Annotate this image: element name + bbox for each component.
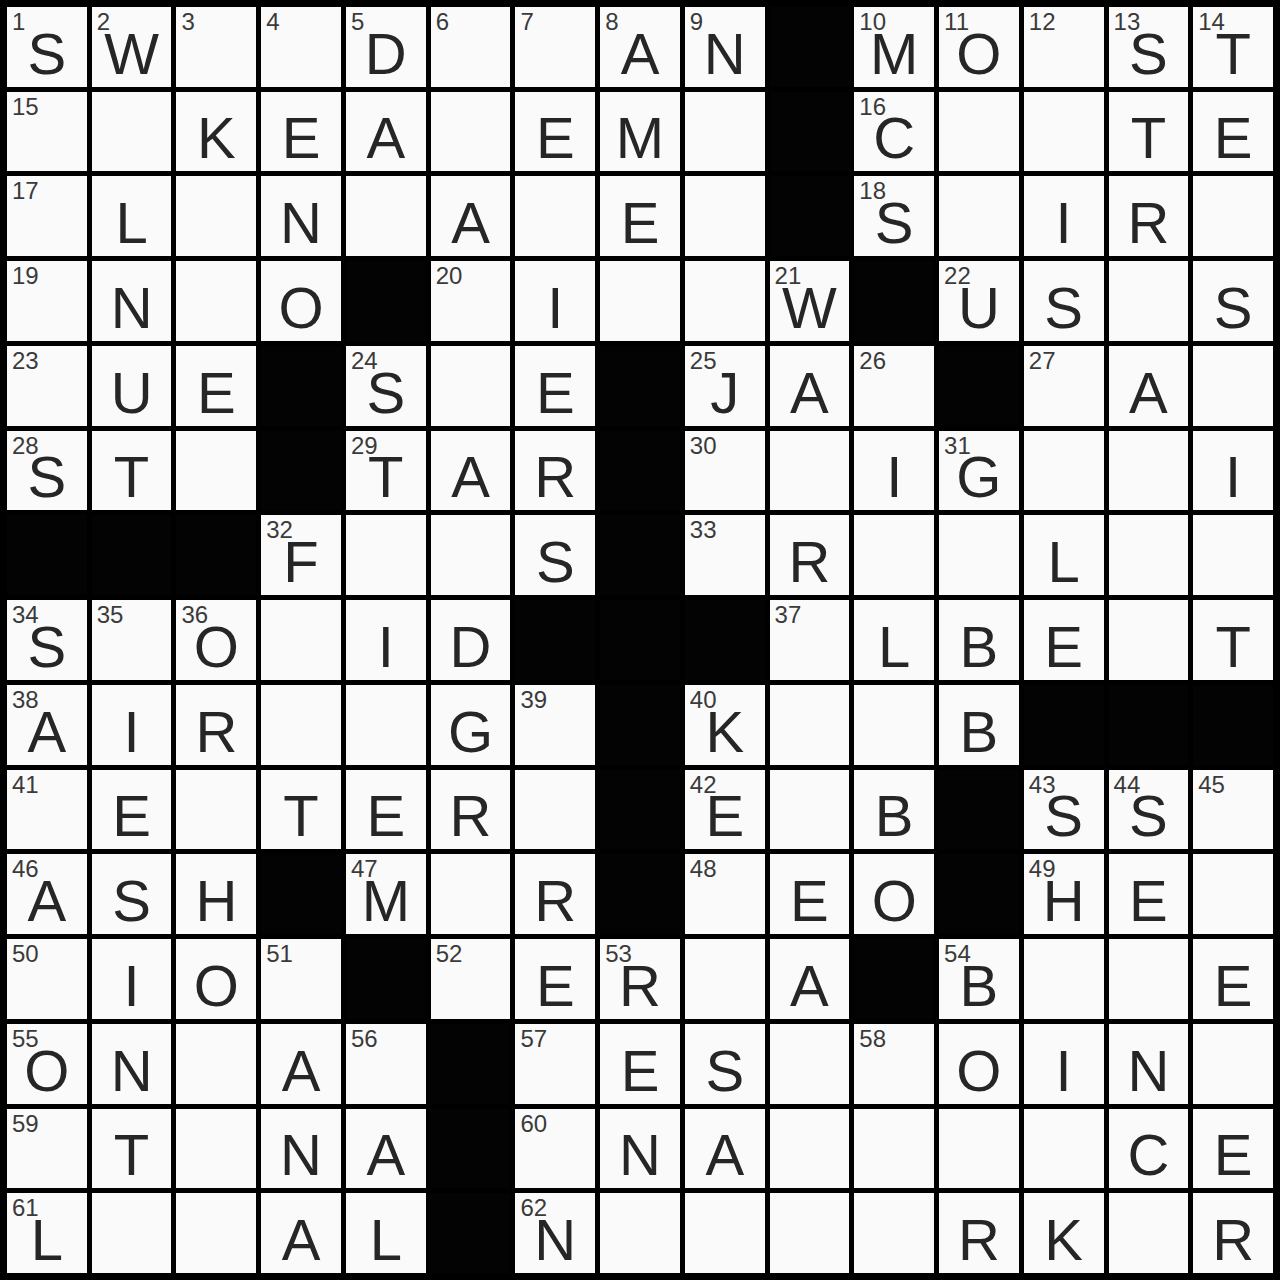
black-cell-r5c8 [600,346,680,426]
cell-r7c7[interactable]: S [515,515,595,595]
cell-r12c7[interactable]: E [515,939,595,1019]
cell-r12c4[interactable]: 51 [261,939,341,1019]
clue-number: 39 [520,686,547,714]
cell-letter: W [92,25,172,83]
cell-letter: I [1193,448,1273,506]
cell-r6c12[interactable]: 31G [939,431,1019,511]
cell-r2c15[interactable]: E [1193,92,1273,172]
cell-letter: A [770,957,850,1015]
cell-r1c8[interactable]: 8A [600,7,680,87]
cell-r15c2[interactable] [92,1193,172,1273]
cell-r11c11[interactable]: O [854,854,934,934]
cell-r6c3[interactable] [176,431,256,511]
cell-r2c12[interactable] [939,92,1019,172]
cell-r4c9[interactable] [685,261,765,341]
cell-r14c13[interactable] [1024,1109,1104,1189]
cell-r3c11[interactable]: 18S [854,176,934,256]
cell-r9c6[interactable]: G [431,685,511,765]
black-cell-r9c13 [1024,685,1104,765]
cell-letter: A [1109,364,1189,422]
black-cell-r8c9 [685,600,765,680]
cell-r2c8[interactable]: M [600,92,680,172]
cell-letter: L [346,1211,426,1269]
cell-r6c14[interactable] [1109,431,1189,511]
cell-letter: I [1024,194,1104,252]
cell-r4c1[interactable]: 19 [7,261,87,341]
cell-r2c1[interactable]: 15 [7,92,87,172]
cell-r7c15[interactable] [1193,515,1273,595]
cell-letter: N [261,1126,341,1184]
cell-r11c1[interactable]: 46A [7,854,87,934]
cell-r14c1[interactable]: 59 [7,1109,87,1189]
cell-letter: E [176,364,256,422]
clue-number: 56 [351,1025,378,1053]
cell-r13c11[interactable]: 58 [854,1024,934,1104]
cell-r5c9[interactable]: 25J [685,346,765,426]
cell-r8c10[interactable]: 37 [770,600,850,680]
cell-r13c15[interactable] [1193,1024,1273,1104]
cell-r14c15[interactable]: E [1193,1109,1273,1189]
cell-r10c4[interactable]: T [261,770,341,850]
cell-r9c2[interactable]: I [92,685,172,765]
black-cell-r5c4 [261,346,341,426]
cell-r1c4[interactable]: 4 [261,7,341,87]
cell-r11c3[interactable]: H [176,854,256,934]
clue-number: 48 [690,855,717,883]
cell-letter: S [854,194,934,252]
cell-r11c13[interactable]: 49H [1024,854,1104,934]
cell-r14c4[interactable]: N [261,1109,341,1189]
cell-r13c12[interactable]: O [939,1024,1019,1104]
cell-letter: S [1024,787,1104,845]
cell-r9c10[interactable] [770,685,850,765]
cell-r14c9[interactable]: A [685,1109,765,1189]
cell-r9c5[interactable] [346,685,426,765]
cell-r12c9[interactable] [685,939,765,1019]
cell-r10c5[interactable]: E [346,770,426,850]
cell-letter: E [346,787,426,845]
cell-r10c14[interactable]: 44S [1109,770,1189,850]
cell-letter: T [1193,618,1273,676]
cell-letter: U [92,364,172,422]
cell-r4c2[interactable]: N [92,261,172,341]
cell-letter: K [685,703,765,761]
cell-r12c3[interactable]: O [176,939,256,1019]
cell-letter: S [346,364,426,422]
cell-r14c11[interactable] [854,1109,934,1189]
black-cell-r2c10 [770,92,850,172]
cell-r10c11[interactable]: B [854,770,934,850]
cell-letter: R [515,448,595,506]
cell-r3c2[interactable]: L [92,176,172,256]
cell-r6c5[interactable]: 29T [346,431,426,511]
cell-r15c3[interactable] [176,1193,256,1273]
cell-r4c8[interactable] [600,261,680,341]
cell-letter: O [939,1042,1019,1100]
black-cell-r10c12 [939,770,1019,850]
cell-r4c10[interactable]: 21W [770,261,850,341]
cell-r7c9[interactable]: 33 [685,515,765,595]
cell-r5c7[interactable]: E [515,346,595,426]
cell-letter: S [7,25,87,83]
cell-r8c13[interactable]: E [1024,600,1104,680]
black-cell-r10c8 [600,770,680,850]
cell-letter: A [261,1211,341,1269]
black-cell-r4c11 [854,261,934,341]
cell-letter: R [176,703,256,761]
clue-number: 3 [181,8,194,36]
cell-letter: J [685,364,765,422]
cell-r9c11[interactable] [854,685,934,765]
cell-r10c1[interactable]: 41 [7,770,87,850]
cell-r1c12[interactable]: 11O [939,7,1019,87]
cell-r5c14[interactable]: A [1109,346,1189,426]
cell-r6c9[interactable]: 30 [685,431,765,511]
cell-r8c11[interactable]: L [854,600,934,680]
cell-letter: S [1109,787,1189,845]
cell-letter: T [1109,109,1189,167]
cell-r11c7[interactable]: R [515,854,595,934]
cell-r6c13[interactable] [1024,431,1104,511]
cell-letter: I [92,703,172,761]
cell-r2c4[interactable]: E [261,92,341,172]
cell-r5c5[interactable]: 24S [346,346,426,426]
cell-r9c12[interactable]: B [939,685,1019,765]
cell-letter: D [346,25,426,83]
cell-r12c12[interactable]: 54B [939,939,1019,1019]
cell-letter: M [600,109,680,167]
cell-r10c3[interactable] [176,770,256,850]
cell-r7c12[interactable] [939,515,1019,595]
cell-letter: R [1193,1211,1273,1269]
cell-letter: A [346,1126,426,1184]
cell-letter: O [261,279,341,337]
cell-r8c3[interactable]: 36O [176,600,256,680]
cell-r3c1[interactable]: 17 [7,176,87,256]
cell-letter: N [515,1211,595,1269]
black-cell-r8c7 [515,600,595,680]
cell-r2c14[interactable]: T [1109,92,1189,172]
cell-r4c15[interactable]: S [1193,261,1273,341]
clue-number: 20 [436,262,463,290]
cell-letter: E [1109,872,1189,930]
cell-r7c14[interactable] [1109,515,1189,595]
cell-r3c15[interactable] [1193,176,1273,256]
cell-r12c15[interactable]: E [1193,939,1273,1019]
cell-r12c10[interactable]: A [770,939,850,1019]
cell-r15c12[interactable]: R [939,1193,1019,1273]
cell-letter: A [431,194,511,252]
cell-letter: I [854,448,934,506]
cell-letter: N [600,1126,680,1184]
cell-r2c9[interactable] [685,92,765,172]
cell-r3c9[interactable] [685,176,765,256]
cell-letter: F [261,533,341,591]
cell-r3c3[interactable] [176,176,256,256]
cell-r12c13[interactable] [1024,939,1104,1019]
cell-r15c1[interactable]: 61L [7,1193,87,1273]
cell-letter: R [1109,194,1189,252]
cell-r11c9[interactable]: 48 [685,854,765,934]
cell-r2c7[interactable]: E [515,92,595,172]
cell-r1c9[interactable]: 9N [685,7,765,87]
cell-r7c11[interactable] [854,515,934,595]
clue-number: 59 [12,1110,39,1138]
cell-r2c6[interactable] [431,92,511,172]
cell-r7c5[interactable] [346,515,426,595]
black-cell-r8c8 [600,600,680,680]
cell-r1c11[interactable]: 10M [854,7,934,87]
cell-letter: N [1109,1042,1189,1100]
cell-r15c11[interactable] [854,1193,934,1273]
cell-r13c2[interactable]: N [92,1024,172,1104]
clue-number: 57 [520,1025,547,1053]
cell-r13c13[interactable]: I [1024,1024,1104,1104]
cell-r6c11[interactable]: I [854,431,934,511]
cell-r1c14[interactable]: 13S [1109,7,1189,87]
cell-r7c6[interactable] [431,515,511,595]
cell-r14c2[interactable]: T [92,1109,172,1189]
cell-r11c5[interactable]: 47M [346,854,426,934]
cell-letter: E [685,787,765,845]
cell-r11c15[interactable] [1193,854,1273,934]
cell-r12c8[interactable]: 53R [600,939,680,1019]
cell-r1c13[interactable]: 12 [1024,7,1104,87]
cell-r14c14[interactable]: C [1109,1109,1189,1189]
cell-r6c6[interactable]: A [431,431,511,511]
cell-letter: T [92,448,172,506]
cell-r2c2[interactable] [92,92,172,172]
black-cell-r9c15 [1193,685,1273,765]
cell-r2c11[interactable]: 16C [854,92,934,172]
cell-r3c4[interactable]: N [261,176,341,256]
cell-letter: A [685,1126,765,1184]
cell-letter: K [1024,1211,1104,1269]
cell-r9c3[interactable]: R [176,685,256,765]
cell-r8c5[interactable]: I [346,600,426,680]
cell-letter: A [346,109,426,167]
black-cell-r11c4 [261,854,341,934]
black-cell-r5c12 [939,346,1019,426]
cell-r3c13[interactable]: I [1024,176,1104,256]
cell-r5c6[interactable] [431,346,511,426]
clue-number: 41 [12,771,39,799]
cell-r3c7[interactable] [515,176,595,256]
cell-r6c15[interactable]: I [1193,431,1273,511]
cell-letter: G [939,448,1019,506]
black-cell-r6c8 [600,431,680,511]
cell-letter: E [1193,109,1273,167]
cell-r7c13[interactable]: L [1024,515,1104,595]
cell-r14c10[interactable] [770,1109,850,1189]
cell-letter: E [770,872,850,930]
cell-r8c6[interactable]: D [431,600,511,680]
cell-r11c6[interactable] [431,854,511,934]
clue-number: 12 [1029,8,1056,36]
cell-r4c13[interactable]: S [1024,261,1104,341]
cell-r1c3[interactable]: 3 [176,7,256,87]
cell-r13c4[interactable]: A [261,1024,341,1104]
cell-r15c9[interactable] [685,1193,765,1273]
cell-r12c2[interactable]: I [92,939,172,1019]
cell-r3c6[interactable]: A [431,176,511,256]
black-cell-r12c5 [346,939,426,1019]
cell-r10c9[interactable]: 42E [685,770,765,850]
cell-letter: A [7,872,87,930]
cell-r4c7[interactable]: I [515,261,595,341]
cell-r13c5[interactable]: 56 [346,1024,426,1104]
cell-letter: H [176,872,256,930]
cell-r6c10[interactable] [770,431,850,511]
cell-letter: E [261,109,341,167]
cell-letter: B [939,618,1019,676]
cell-r5c15[interactable] [1193,346,1273,426]
cell-r7c10[interactable]: R [770,515,850,595]
cell-r1c15[interactable]: 14T [1193,7,1273,87]
cell-r13c8[interactable]: E [600,1024,680,1104]
cell-r1c2[interactable]: 2W [92,7,172,87]
cell-r15c15[interactable]: R [1193,1193,1273,1273]
clue-number: 30 [690,432,717,460]
cell-r8c15[interactable]: T [1193,600,1273,680]
cell-r8c2[interactable]: 35 [92,600,172,680]
cell-r14c7[interactable]: 60 [515,1109,595,1189]
cell-r10c13[interactable]: 43S [1024,770,1104,850]
cell-r2c5[interactable]: A [346,92,426,172]
cell-r5c10[interactable]: A [770,346,850,426]
black-cell-r13c6 [431,1024,511,1104]
black-cell-r14c6 [431,1109,511,1189]
cell-r12c1[interactable]: 50 [7,939,87,1019]
black-cell-r1c10 [770,7,850,87]
cell-r5c13[interactable]: 27 [1024,346,1104,426]
cell-r3c5[interactable] [346,176,426,256]
cell-r15c7[interactable]: 62N [515,1193,595,1273]
cell-r13c10[interactable] [770,1024,850,1104]
cell-r13c3[interactable] [176,1024,256,1104]
cell-letter: E [515,109,595,167]
cell-r4c3[interactable] [176,261,256,341]
black-cell-r6c4 [261,431,341,511]
black-cell-r12c11 [854,939,934,1019]
cell-r14c12[interactable] [939,1109,1019,1189]
cell-r14c3[interactable] [176,1109,256,1189]
cell-r15c13[interactable]: K [1024,1193,1104,1273]
cell-letter: S [7,448,87,506]
cell-r13c7[interactable]: 57 [515,1024,595,1104]
cell-r11c2[interactable]: S [92,854,172,934]
clue-number: 45 [1198,771,1225,799]
cell-r6c2[interactable]: T [92,431,172,511]
cell-r1c5[interactable]: 5D [346,7,426,87]
cell-letter: B [939,703,1019,761]
cell-r14c5[interactable]: A [346,1109,426,1189]
cell-r12c6[interactable]: 52 [431,939,511,1019]
cell-r11c14[interactable]: E [1109,854,1189,934]
cell-r10c10[interactable] [770,770,850,850]
cell-r9c7[interactable]: 39 [515,685,595,765]
cell-r3c14[interactable]: R [1109,176,1189,256]
cell-r4c14[interactable] [1109,261,1189,341]
cell-r8c4[interactable] [261,600,341,680]
cell-r4c4[interactable]: O [261,261,341,341]
cell-r15c5[interactable]: L [346,1193,426,1273]
cell-r4c6[interactable]: 20 [431,261,511,341]
cell-letter: L [7,1211,87,1269]
clue-number: 7 [520,8,533,36]
cell-r5c1[interactable]: 23 [7,346,87,426]
cell-r5c11[interactable]: 26 [854,346,934,426]
cell-r2c13[interactable] [1024,92,1104,172]
cell-letter: M [346,872,426,930]
cell-r15c8[interactable] [600,1193,680,1273]
cell-r9c1[interactable]: 38A [7,685,87,765]
cell-r5c3[interactable]: E [176,346,256,426]
cell-r10c2[interactable]: E [92,770,172,850]
cell-letter: H [1024,872,1104,930]
cell-letter: T [346,448,426,506]
black-cell-r7c1 [7,515,87,595]
cell-letter: A [600,25,680,83]
cell-r2c3[interactable]: K [176,92,256,172]
cell-r8c14[interactable] [1109,600,1189,680]
cell-r8c1[interactable]: 34S [7,600,87,680]
cell-letter: O [176,957,256,1015]
cell-r11c10[interactable]: E [770,854,850,934]
clue-number: 19 [12,262,39,290]
cell-r1c1[interactable]: 1S [7,7,87,87]
cell-r8c12[interactable]: B [939,600,1019,680]
cell-r3c12[interactable] [939,176,1019,256]
cell-r12c14[interactable] [1109,939,1189,1019]
cell-r7c4[interactable]: 32F [261,515,341,595]
clue-number: 50 [12,940,39,968]
cell-r9c4[interactable] [261,685,341,765]
cell-r10c15[interactable]: 45 [1193,770,1273,850]
cell-r15c4[interactable]: A [261,1193,341,1273]
cell-r1c7[interactable]: 7 [515,7,595,87]
cell-r10c7[interactable] [515,770,595,850]
cell-r3c8[interactable]: E [600,176,680,256]
cell-r13c1[interactable]: 55O [7,1024,87,1104]
cell-r6c1[interactable]: 28S [7,431,87,511]
cell-r13c14[interactable]: N [1109,1024,1189,1104]
cell-letter: L [854,618,934,676]
cell-r1c6[interactable]: 6 [431,7,511,87]
clue-number: 27 [1029,347,1056,375]
cell-r9c9[interactable]: 40K [685,685,765,765]
cell-r10c6[interactable]: R [431,770,511,850]
cell-letter: I [1024,1042,1104,1100]
cell-letter: C [854,109,934,167]
cell-r6c7[interactable]: R [515,431,595,511]
black-cell-r7c3 [176,515,256,595]
cell-letter: I [92,957,172,1015]
cell-letter: B [939,957,1019,1015]
cell-r15c10[interactable] [770,1193,850,1273]
cell-r5c2[interactable]: U [92,346,172,426]
cell-r14c8[interactable]: N [600,1109,680,1189]
cell-letter: R [939,1211,1019,1269]
cell-r4c12[interactable]: 22U [939,261,1019,341]
cell-letter: R [431,787,511,845]
cell-r15c14[interactable] [1109,1193,1189,1273]
clue-number: 26 [859,347,886,375]
cell-r13c9[interactable]: S [685,1024,765,1104]
black-cell-r7c2 [92,515,172,595]
cell-letter: R [515,872,595,930]
cell-letter: A [431,448,511,506]
